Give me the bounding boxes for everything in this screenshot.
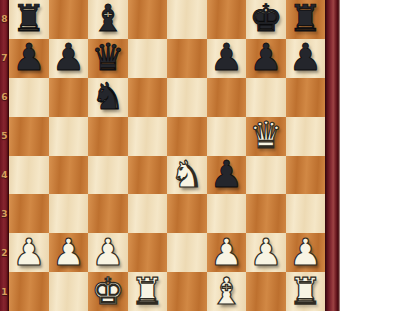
rank-label-7: 7 <box>0 39 9 78</box>
square-d7[interactable] <box>128 39 168 78</box>
black-pawn[interactable]: ♟ <box>52 39 85 77</box>
square-g6[interactable] <box>246 78 286 117</box>
white-queen[interactable]: ♛ <box>249 117 282 155</box>
square-f3[interactable] <box>207 194 247 233</box>
square-c1[interactable]: ♚ <box>88 272 128 311</box>
square-c8[interactable]: ♝ <box>88 0 128 39</box>
square-h5[interactable] <box>286 117 326 156</box>
square-a5[interactable] <box>9 117 49 156</box>
square-f4[interactable]: ♟ <box>207 156 247 195</box>
square-e7[interactable] <box>167 39 207 78</box>
square-e6[interactable] <box>167 78 207 117</box>
rank-label-3: 3 <box>0 194 9 233</box>
square-e3[interactable] <box>167 194 207 233</box>
square-d5[interactable] <box>128 117 168 156</box>
square-d6[interactable] <box>128 78 168 117</box>
square-d4[interactable] <box>128 156 168 195</box>
square-f8[interactable] <box>207 0 247 39</box>
white-pawn[interactable]: ♟ <box>289 234 322 272</box>
rank-label-4: 4 <box>0 156 9 195</box>
square-a8[interactable]: ♜ <box>9 0 49 39</box>
square-b7[interactable]: ♟ <box>49 39 89 78</box>
black-knight[interactable]: ♞ <box>91 78 124 116</box>
square-a4[interactable] <box>9 156 49 195</box>
square-e8[interactable] <box>167 0 207 39</box>
rank-label-6: 6 <box>0 78 9 117</box>
white-rook[interactable]: ♜ <box>131 273 164 311</box>
square-e4[interactable]: ♞ <box>167 156 207 195</box>
white-pawn[interactable]: ♟ <box>210 234 243 272</box>
black-rook[interactable]: ♜ <box>289 0 322 38</box>
square-f5[interactable] <box>207 117 247 156</box>
white-pawn[interactable]: ♟ <box>52 234 85 272</box>
black-pawn[interactable]: ♟ <box>210 39 243 77</box>
square-h2[interactable]: ♟ <box>286 233 326 272</box>
square-f1[interactable]: ♝ <box>207 272 247 311</box>
rank-label-8: 8 <box>0 0 9 39</box>
black-pawn[interactable]: ♟ <box>210 156 243 194</box>
black-pawn[interactable]: ♟ <box>289 39 322 77</box>
square-e2[interactable] <box>167 233 207 272</box>
square-c7[interactable]: ♛ <box>88 39 128 78</box>
square-a7[interactable]: ♟ <box>9 39 49 78</box>
black-pawn[interactable]: ♟ <box>249 39 282 77</box>
white-pawn[interactable]: ♟ <box>12 234 45 272</box>
square-h8[interactable]: ♜ <box>286 0 326 39</box>
square-b1[interactable] <box>49 272 89 311</box>
white-king[interactable]: ♚ <box>91 273 124 311</box>
square-c4[interactable] <box>88 156 128 195</box>
square-g7[interactable]: ♟ <box>246 39 286 78</box>
square-g8[interactable]: ♚ <box>246 0 286 39</box>
square-c3[interactable] <box>88 194 128 233</box>
square-c2[interactable]: ♟ <box>88 233 128 272</box>
square-f7[interactable]: ♟ <box>207 39 247 78</box>
square-h7[interactable]: ♟ <box>286 39 326 78</box>
black-bishop[interactable]: ♝ <box>91 0 124 38</box>
chess-board[interactable]: ♜♝♚♜♟♟♛♟♟♟♞♛♞♟♟♟♟♟♟♟♚♜♝♜ <box>9 0 325 311</box>
square-g2[interactable]: ♟ <box>246 233 286 272</box>
square-c5[interactable] <box>88 117 128 156</box>
square-d1[interactable]: ♜ <box>128 272 168 311</box>
square-f6[interactable] <box>207 78 247 117</box>
white-knight[interactable]: ♞ <box>170 156 203 194</box>
square-d3[interactable] <box>128 194 168 233</box>
square-e5[interactable] <box>167 117 207 156</box>
square-f2[interactable]: ♟ <box>207 233 247 272</box>
square-a2[interactable]: ♟ <box>9 233 49 272</box>
square-g3[interactable] <box>246 194 286 233</box>
square-b8[interactable] <box>49 0 89 39</box>
page: 87654321 ♜♝♚♜♟♟♛♟♟♟♞♛♞♟♟♟♟♟♟♟♚♜♝♜ <box>0 0 414 311</box>
square-g5[interactable]: ♛ <box>246 117 286 156</box>
square-h6[interactable] <box>286 78 326 117</box>
square-d8[interactable] <box>128 0 168 39</box>
square-a6[interactable] <box>9 78 49 117</box>
rank-label-5: 5 <box>0 117 9 156</box>
black-pawn[interactable]: ♟ <box>12 39 45 77</box>
rank-label-1: 1 <box>0 272 9 311</box>
black-king[interactable]: ♚ <box>249 0 282 38</box>
black-rook[interactable]: ♜ <box>12 0 45 38</box>
rank-label-2: 2 <box>0 233 9 272</box>
square-e1[interactable] <box>167 272 207 311</box>
black-queen[interactable]: ♛ <box>91 39 124 77</box>
square-h4[interactable] <box>286 156 326 195</box>
square-g1[interactable] <box>246 272 286 311</box>
square-b4[interactable] <box>49 156 89 195</box>
board-frame-right <box>325 0 340 311</box>
square-c6[interactable]: ♞ <box>88 78 128 117</box>
square-d2[interactable] <box>128 233 168 272</box>
square-b5[interactable] <box>49 117 89 156</box>
board-frame-left: 87654321 <box>0 0 9 311</box>
white-pawn[interactable]: ♟ <box>91 234 124 272</box>
square-g4[interactable] <box>246 156 286 195</box>
square-b3[interactable] <box>49 194 89 233</box>
square-h1[interactable]: ♜ <box>286 272 326 311</box>
square-a1[interactable] <box>9 272 49 311</box>
white-rook[interactable]: ♜ <box>289 273 322 311</box>
square-b2[interactable]: ♟ <box>49 233 89 272</box>
white-bishop[interactable]: ♝ <box>210 273 243 311</box>
square-h3[interactable] <box>286 194 326 233</box>
white-pawn[interactable]: ♟ <box>249 234 282 272</box>
square-a3[interactable] <box>9 194 49 233</box>
square-b6[interactable] <box>49 78 89 117</box>
